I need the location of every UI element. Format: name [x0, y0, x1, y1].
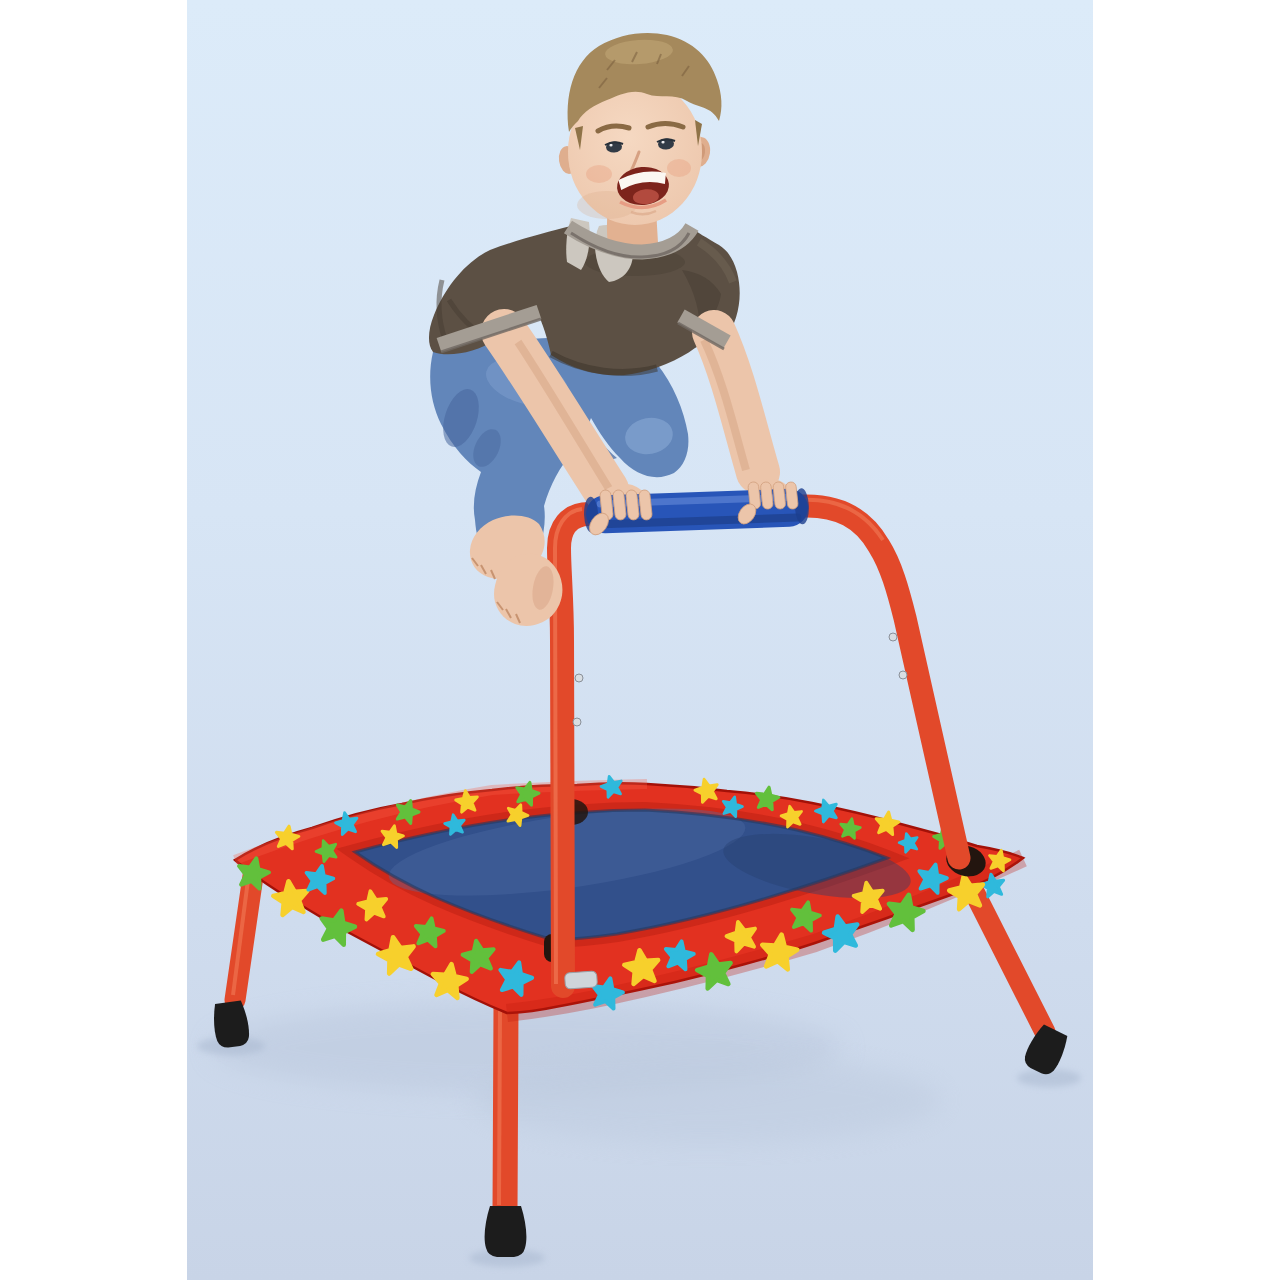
leg-highlight — [499, 1008, 500, 1205]
trampoline-shadow-front — [472, 1056, 942, 1144]
boy-figure — [429, 33, 796, 626]
right-letterbox — [1093, 0, 1280, 1280]
cheek-blush — [667, 159, 691, 177]
ground-shadow — [197, 1002, 1081, 1267]
trampoline-pad — [235, 774, 1023, 1013]
trampoline-leg-left — [235, 876, 253, 1000]
bolt — [575, 674, 583, 682]
bolt — [573, 718, 581, 726]
bolt — [889, 633, 897, 641]
rubber-foot-right — [1021, 1023, 1071, 1078]
left-letterbox — [0, 0, 187, 1280]
cheek-blush — [586, 165, 612, 183]
boy-head — [557, 33, 721, 225]
photo-area — [187, 0, 1093, 1280]
trampoline-leg-front — [505, 1006, 506, 1210]
scene-illustration — [187, 0, 1093, 1280]
bolt — [899, 671, 907, 679]
rubber-foot-front — [485, 1206, 527, 1257]
frame-clamp — [564, 971, 597, 989]
boy-arm-left — [714, 332, 758, 472]
product-photo — [0, 0, 1280, 1280]
